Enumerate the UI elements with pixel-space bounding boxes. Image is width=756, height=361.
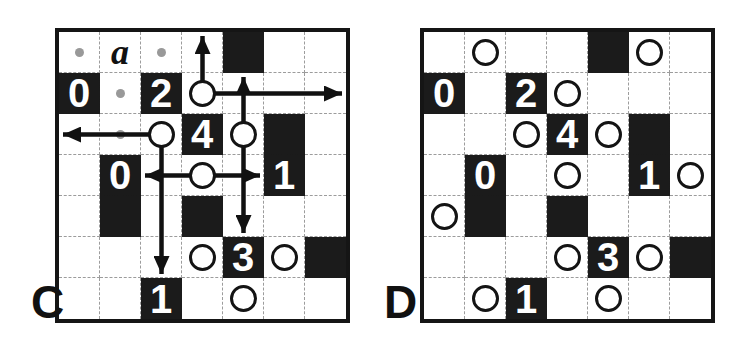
cell-r2c5[interactable] [588,73,629,114]
cell-r1c4[interactable] [182,32,223,73]
clue-number: 0 [474,155,496,195]
panel-label-c: C [31,279,64,325]
cell-r2c6[interactable] [629,73,670,114]
cell-r1c2[interactable]: a [100,32,141,73]
cell-r1c5 [588,32,629,73]
cell-r7c4[interactable] [182,278,223,319]
cell-r1c7[interactable] [670,32,711,73]
bulb-icon [636,39,663,66]
cell-r7c3: 1 [506,278,547,319]
cell-r7c2[interactable] [100,278,141,319]
panel-label-d: D [384,279,417,325]
clue-number: 4 [556,114,578,154]
clue-number: 1 [150,279,172,319]
cell-r4c6: 1 [264,155,305,196]
cell-r1c3[interactable] [141,32,182,73]
cell-r4c7[interactable] [670,155,711,196]
cell-r4c4[interactable] [182,155,223,196]
cell-r3c4: 4 [182,114,223,155]
cell-r3c3[interactable] [141,114,182,155]
cell-r2c4[interactable] [182,73,223,114]
cell-r7c6[interactable] [264,278,305,319]
cell-r1c5 [223,32,264,73]
cell-r2c2[interactable] [100,73,141,114]
cell-r5c6[interactable] [264,196,305,237]
clue-number: 1 [515,279,537,319]
clue-number: 0 [109,155,131,195]
cell-r6c4[interactable] [547,237,588,278]
cell-r6c4[interactable] [182,237,223,278]
cell-r5c2 [100,196,141,237]
clue-number: 2 [515,73,537,113]
cell-r1c4[interactable] [547,32,588,73]
cell-r3c2[interactable] [100,114,141,155]
clue-number: 4 [191,114,213,154]
board-d: 0240131 [420,28,715,323]
cell-r7c1[interactable] [424,278,465,319]
cell-r6c5: 3 [588,237,629,278]
bulb-icon [677,162,704,189]
cell-r5c4 [182,196,223,237]
clue-number: 0 [433,73,455,113]
bulb-icon [230,285,257,312]
no-bulb-dot-icon [75,48,84,57]
bulb-icon [472,39,499,66]
cell-r4c1[interactable] [424,155,465,196]
cell-r3c4: 4 [547,114,588,155]
cell-r6c7 [670,237,711,278]
cell-r3c2[interactable] [465,114,506,155]
cell-r2c7[interactable] [305,73,346,114]
cell-r4c5[interactable] [223,155,264,196]
bulb-icon [189,80,216,107]
cell-r3c1[interactable] [59,114,100,155]
cell-label-a: a [111,34,129,70]
cell-r1c6[interactable] [264,32,305,73]
cell-r2c3: 2 [506,73,547,114]
cell-r5c5[interactable] [588,196,629,237]
cell-r4c1[interactable] [59,155,100,196]
cell-r2c1: 0 [424,73,465,114]
cell-r5c5[interactable] [223,196,264,237]
no-bulb-dot-icon [116,89,125,98]
bulb-icon [595,121,622,148]
bulb-icon [513,121,540,148]
cell-r7c7[interactable] [305,278,346,319]
cell-r1c2[interactable] [465,32,506,73]
cell-r6c2[interactable] [100,237,141,278]
bulb-icon [189,162,216,189]
cell-r7c5[interactable] [588,278,629,319]
cell-r2c6[interactable] [264,73,305,114]
cell-r2c7[interactable] [670,73,711,114]
cell-r3c5[interactable] [588,114,629,155]
cell-r4c6: 1 [629,155,670,196]
cell-r5c6[interactable] [629,196,670,237]
cell-r4c2: 0 [100,155,141,196]
bulb-icon [271,244,298,271]
cell-r6c5: 3 [223,237,264,278]
cell-r5c1[interactable] [59,196,100,237]
cell-r7c4[interactable] [547,278,588,319]
cell-r3c7[interactable] [305,114,346,155]
cell-r3c3[interactable] [506,114,547,155]
cell-r4c4[interactable] [547,155,588,196]
bulb-icon [230,121,257,148]
cell-r3c7[interactable] [670,114,711,155]
bulb-icon [595,285,622,312]
bulb-icon [554,162,581,189]
puzzle-figure: a0240131 0240131 C D [0,0,756,361]
cell-r5c3[interactable] [141,196,182,237]
cell-r2c3: 2 [141,73,182,114]
cell-r5c4 [547,196,588,237]
cell-r2c5[interactable] [223,73,264,114]
cell-r2c1: 0 [59,73,100,114]
cell-r4c3[interactable] [141,155,182,196]
cell-r7c7[interactable] [670,278,711,319]
cell-r3c6 [629,114,670,155]
cell-r1c3[interactable] [506,32,547,73]
cell-r3c6 [264,114,305,155]
cell-r5c1[interactable] [424,196,465,237]
cell-r7c6[interactable] [629,278,670,319]
cell-r1c1[interactable] [59,32,100,73]
bulb-icon [472,285,499,312]
clue-number: 3 [597,237,619,277]
cell-r4c5[interactable] [588,155,629,196]
bulb-icon [554,80,581,107]
cell-r4c2: 0 [465,155,506,196]
cell-r6c1[interactable] [59,237,100,278]
cell-r7c5[interactable] [223,278,264,319]
bulb-icon [554,244,581,271]
clue-number: 3 [232,237,254,277]
no-bulb-dot-icon [157,48,166,57]
cell-r2c2[interactable] [465,73,506,114]
bulb-icon [636,244,663,271]
cell-r6c2[interactable] [465,237,506,278]
cell-r1c1[interactable] [424,32,465,73]
board-c: a0240131 [55,28,350,323]
cell-r6c6[interactable] [629,237,670,278]
no-bulb-dot-icon [116,130,125,139]
cell-r6c3[interactable] [506,237,547,278]
bulb-icon [431,203,458,230]
clue-number: 1 [638,155,660,195]
bulb-icon [189,244,216,271]
cell-r3c1[interactable] [424,114,465,155]
cell-r6c1[interactable] [424,237,465,278]
bulb-icon [148,121,175,148]
cell-r5c2 [465,196,506,237]
cell-r7c3: 1 [141,278,182,319]
clue-number: 2 [150,73,172,113]
cell-r5c3[interactable] [506,196,547,237]
cell-r1c7[interactable] [305,32,346,73]
cell-r1c6[interactable] [629,32,670,73]
cell-r6c6[interactable] [264,237,305,278]
cell-r7c1[interactable] [59,278,100,319]
cell-r5c7[interactable] [305,196,346,237]
clue-number: 1 [273,155,295,195]
cell-r7c2[interactable] [465,278,506,319]
clue-number: 0 [68,73,90,113]
cell-r4c7[interactable] [305,155,346,196]
cell-r4c3[interactable] [506,155,547,196]
cell-r2c4[interactable] [547,73,588,114]
cell-r6c3[interactable] [141,237,182,278]
cell-r3c5[interactable] [223,114,264,155]
cell-r5c7[interactable] [670,196,711,237]
cell-r6c7 [305,237,346,278]
